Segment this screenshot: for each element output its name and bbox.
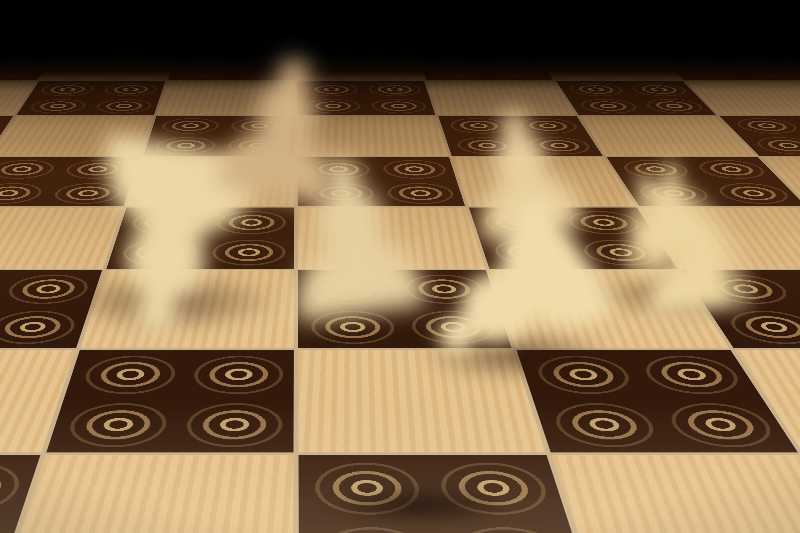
chess-photo-scene: ♟♟♟♟♟♞ ♚ — [0, 0, 800, 533]
pieces-layer: ♟♟♟♟♟♞ — [0, 0, 800, 533]
